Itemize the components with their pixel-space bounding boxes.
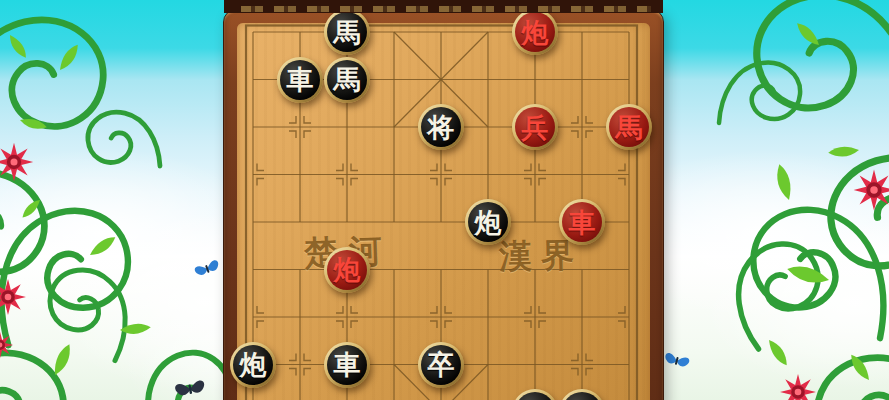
piece-glyph: 車	[280, 60, 320, 100]
piece-glyph: 炮	[515, 12, 555, 52]
piece-glyph: 兵	[515, 107, 555, 147]
scene: 楚河 漢界 馬炮車馬将兵馬炮車炮炮車卒	[0, 0, 889, 400]
piece-black-cannon[interactable]: 炮	[230, 342, 276, 388]
header-bar	[224, 0, 663, 13]
piece-black-unknown-cut-off[interactable]	[512, 389, 558, 400]
piece-glyph: 炮	[327, 250, 367, 290]
piece-glyph: 馬	[327, 60, 367, 100]
piece-glyph: 車	[562, 202, 602, 242]
piece-black-chariot[interactable]: 車	[324, 342, 370, 388]
piece-glyph: 車	[327, 345, 367, 385]
piece-red-cannon[interactable]: 炮	[512, 9, 558, 55]
piece-glyph: 炮	[468, 202, 508, 242]
piece-glyph: 将	[421, 107, 461, 147]
piece-black-general[interactable]: 将	[418, 104, 464, 150]
piece-black-horse[interactable]: 馬	[324, 57, 370, 103]
piece-glyph	[562, 392, 602, 400]
piece-red-horse[interactable]: 馬	[606, 104, 652, 150]
piece-glyph: 炮	[233, 345, 273, 385]
pieces-layer: 馬炮車馬将兵馬炮車炮炮車卒	[0, 0, 889, 400]
piece-black-horse[interactable]: 馬	[324, 9, 370, 55]
piece-glyph: 馬	[327, 12, 367, 52]
piece-glyph: 卒	[421, 345, 461, 385]
piece-red-chariot[interactable]: 車	[559, 199, 605, 245]
piece-black-cannon[interactable]: 炮	[465, 199, 511, 245]
piece-glyph	[515, 392, 555, 400]
piece-glyph: 馬	[609, 107, 649, 147]
piece-red-cannon[interactable]: 炮	[324, 247, 370, 293]
piece-red-soldier[interactable]: 兵	[512, 104, 558, 150]
piece-black-chariot[interactable]: 車	[277, 57, 323, 103]
header-text-fragment	[236, 6, 651, 12]
piece-black-unknown-cut-off[interactable]	[559, 389, 605, 400]
piece-black-soldier[interactable]: 卒	[418, 342, 464, 388]
